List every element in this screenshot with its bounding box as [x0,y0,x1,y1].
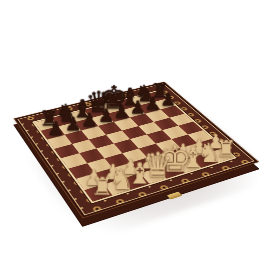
product-photo-scene: ♜♞♝♛♚♝♞♜♟♟♟♟♟♟♟♟♟♟♟♟♟♟♟♟♜♞♝♛♚♝♞♜ [0,0,259,259]
chess-board: ♜♞♝♛♚♝♞♜♟♟♟♟♟♟♟♟♟♟♟♟♟♟♟♟♜♞♝♛♚♝♞♜ [13,81,258,218]
square-a6 [47,134,71,148]
square-g2: ♟ [180,143,206,157]
black-rook-h8: ♜ [144,81,175,101]
white-bishop-f1: ♝ [174,143,211,171]
